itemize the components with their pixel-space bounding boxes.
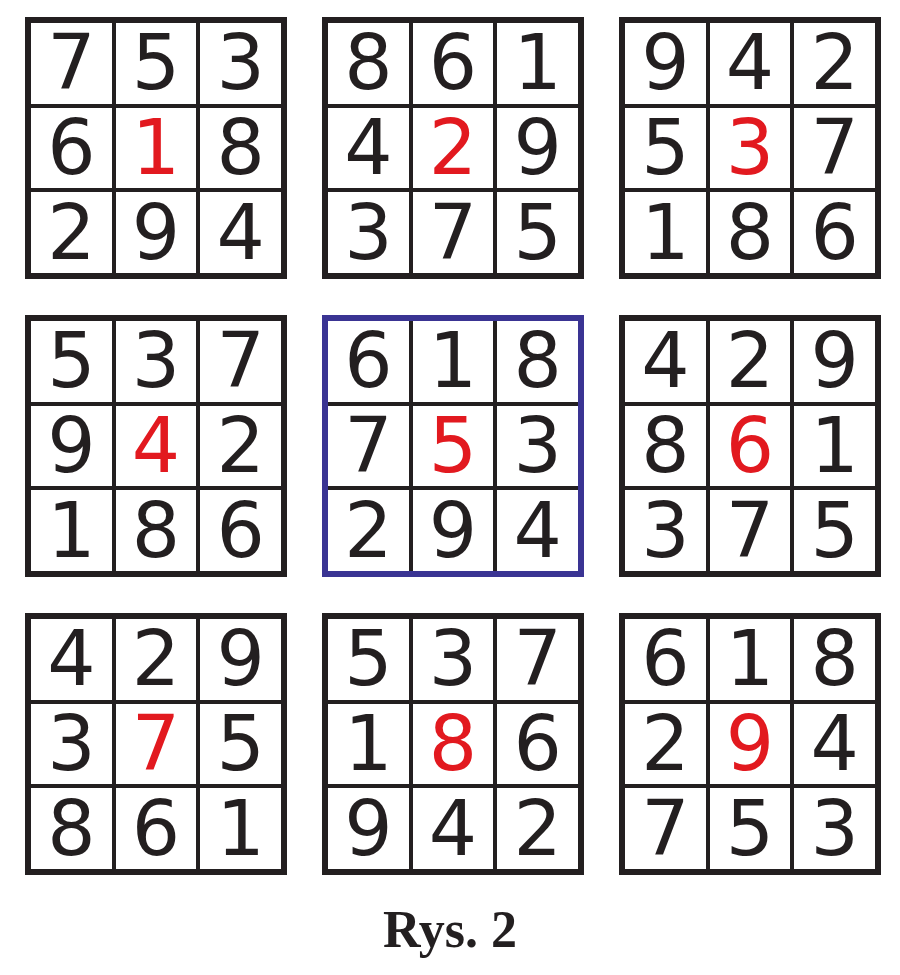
sudoku-blocks-grid: 7536182948614293759425371865379421866187…	[25, 17, 881, 875]
digit-cell: 9	[116, 192, 197, 273]
board-block-2: 861429375	[322, 17, 584, 279]
digit-cell: 8	[328, 23, 409, 104]
digit-cell: 3	[497, 406, 578, 487]
digit-cell: 4	[497, 490, 578, 571]
digit-cell: 5	[497, 192, 578, 273]
digit-cell: 2	[625, 704, 706, 785]
red-digit-cell: 8	[413, 704, 494, 785]
digit-cell: 9	[497, 108, 578, 189]
digit-cell: 6	[497, 704, 578, 785]
digit-cell: 1	[31, 490, 112, 571]
digit-cell: 4	[328, 108, 409, 189]
digit-cell: 4	[413, 788, 494, 869]
red-digit-cell: 6	[710, 406, 791, 487]
digit-cell: 6	[413, 23, 494, 104]
digit-cell: 5	[328, 619, 409, 700]
digit-cell: 6	[794, 192, 875, 273]
digit-cell: 9	[328, 788, 409, 869]
figure-caption: Rys. 2	[0, 900, 900, 959]
digit-cell: 5	[31, 321, 112, 402]
digit-cell: 2	[200, 406, 281, 487]
red-digit-cell: 5	[413, 406, 494, 487]
digit-cell: 6	[328, 321, 409, 402]
digit-cell: 3	[116, 321, 197, 402]
digit-cell: 3	[794, 788, 875, 869]
digit-cell: 8	[200, 108, 281, 189]
digit-cell: 8	[31, 788, 112, 869]
digit-cell: 2	[710, 321, 791, 402]
digit-cell: 5	[625, 108, 706, 189]
red-digit-cell: 2	[413, 108, 494, 189]
digit-cell: 7	[31, 23, 112, 104]
sudoku-figure: 7536182948614293759425371865379421866187…	[0, 0, 900, 975]
board-block-6: 429861375	[619, 315, 881, 577]
red-digit-cell: 3	[710, 108, 791, 189]
digit-cell: 2	[794, 23, 875, 104]
board-block-9: 618294753	[619, 613, 881, 875]
digit-cell: 8	[497, 321, 578, 402]
digit-cell: 1	[200, 788, 281, 869]
digit-cell: 1	[794, 406, 875, 487]
red-digit-cell: 4	[116, 406, 197, 487]
digit-cell: 6	[625, 619, 706, 700]
board-block-8: 537186942	[322, 613, 584, 875]
digit-cell: 4	[710, 23, 791, 104]
digit-cell: 1	[710, 619, 791, 700]
digit-cell: 4	[200, 192, 281, 273]
digit-cell: 9	[794, 321, 875, 402]
digit-cell: 6	[200, 490, 281, 571]
digit-cell: 2	[116, 619, 197, 700]
digit-cell: 2	[31, 192, 112, 273]
digit-cell: 8	[794, 619, 875, 700]
digit-cell: 2	[328, 490, 409, 571]
digit-cell: 7	[413, 192, 494, 273]
digit-cell: 5	[200, 704, 281, 785]
digit-cell: 5	[794, 490, 875, 571]
digit-cell: 8	[116, 490, 197, 571]
digit-cell: 2	[497, 788, 578, 869]
digit-cell: 4	[794, 704, 875, 785]
board-block-3: 942537186	[619, 17, 881, 279]
digit-cell: 7	[328, 406, 409, 487]
digit-cell: 4	[625, 321, 706, 402]
digit-cell: 9	[31, 406, 112, 487]
digit-cell: 6	[116, 788, 197, 869]
digit-cell: 3	[625, 490, 706, 571]
digit-cell: 3	[200, 23, 281, 104]
red-digit-cell: 1	[116, 108, 197, 189]
digit-cell: 8	[625, 406, 706, 487]
digit-cell: 1	[413, 321, 494, 402]
digit-cell: 3	[328, 192, 409, 273]
digit-cell: 1	[625, 192, 706, 273]
digit-cell: 7	[794, 108, 875, 189]
digit-cell: 7	[497, 619, 578, 700]
digit-cell: 9	[413, 490, 494, 571]
digit-cell: 7	[710, 490, 791, 571]
digit-cell: 9	[625, 23, 706, 104]
digit-cell: 5	[710, 788, 791, 869]
digit-cell: 8	[710, 192, 791, 273]
digit-cell: 7	[200, 321, 281, 402]
board-block-7: 429375861	[25, 613, 287, 875]
digit-cell: 4	[31, 619, 112, 700]
digit-cell: 3	[31, 704, 112, 785]
red-digit-cell: 7	[116, 704, 197, 785]
digit-cell: 9	[200, 619, 281, 700]
digit-cell: 1	[328, 704, 409, 785]
digit-cell: 3	[413, 619, 494, 700]
board-block-1: 753618294	[25, 17, 287, 279]
digit-cell: 1	[497, 23, 578, 104]
digit-cell: 6	[31, 108, 112, 189]
board-block-5: 618753294	[322, 315, 584, 577]
red-digit-cell: 9	[710, 704, 791, 785]
board-block-4: 537942186	[25, 315, 287, 577]
digit-cell: 7	[625, 788, 706, 869]
digit-cell: 5	[116, 23, 197, 104]
